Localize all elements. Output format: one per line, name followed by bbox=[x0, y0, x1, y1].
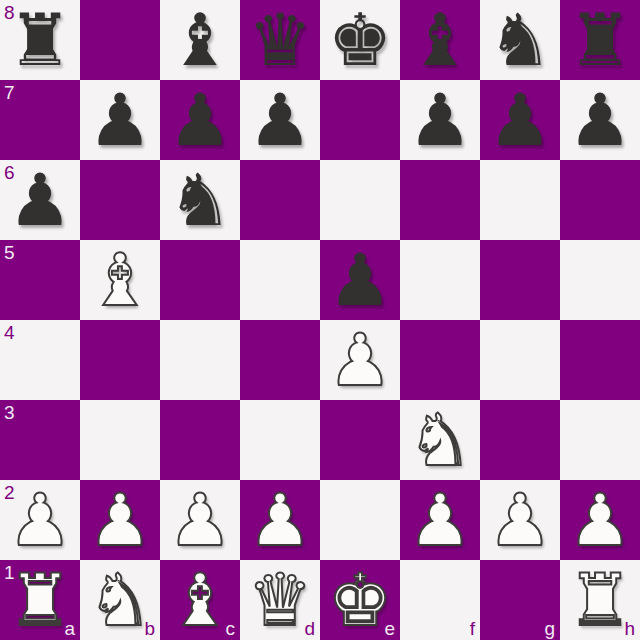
piece-black-king[interactable]: ♚ bbox=[320, 0, 400, 80]
square-d5[interactable] bbox=[240, 240, 320, 320]
square-f5[interactable] bbox=[400, 240, 480, 320]
square-e8[interactable]: ♚ bbox=[320, 0, 400, 80]
piece-white-knight[interactable]: ♞ bbox=[80, 560, 160, 640]
piece-black-pawn[interactable]: ♟ bbox=[560, 80, 640, 160]
square-g4[interactable] bbox=[480, 320, 560, 400]
square-b8[interactable] bbox=[80, 0, 160, 80]
square-d4[interactable] bbox=[240, 320, 320, 400]
square-g6[interactable] bbox=[480, 160, 560, 240]
chess-board: 8♜♝♛♚♝♞♜7♟♟♟♟♟♟6♟♞5♝♟4♟3♞2♟♟♟♟♟♟♟1a♜b♞c♝… bbox=[0, 0, 640, 640]
piece-white-pawn[interactable]: ♟ bbox=[320, 320, 400, 400]
piece-black-knight[interactable]: ♞ bbox=[480, 0, 560, 80]
piece-white-knight[interactable]: ♞ bbox=[400, 400, 480, 480]
piece-white-pawn[interactable]: ♟ bbox=[400, 480, 480, 560]
piece-white-pawn[interactable]: ♟ bbox=[0, 480, 80, 560]
square-e1[interactable]: e♚ bbox=[320, 560, 400, 640]
piece-black-bishop[interactable]: ♝ bbox=[400, 0, 480, 80]
square-g1[interactable]: g bbox=[480, 560, 560, 640]
square-h5[interactable] bbox=[560, 240, 640, 320]
piece-black-rook[interactable]: ♜ bbox=[560, 0, 640, 80]
square-c5[interactable] bbox=[160, 240, 240, 320]
piece-black-pawn[interactable]: ♟ bbox=[400, 80, 480, 160]
square-g2[interactable]: ♟ bbox=[480, 480, 560, 560]
square-h3[interactable] bbox=[560, 400, 640, 480]
square-b6[interactable] bbox=[80, 160, 160, 240]
square-f8[interactable]: ♝ bbox=[400, 0, 480, 80]
square-b7[interactable]: ♟ bbox=[80, 80, 160, 160]
square-a3[interactable]: 3 bbox=[0, 400, 80, 480]
piece-black-pawn[interactable]: ♟ bbox=[80, 80, 160, 160]
square-d3[interactable] bbox=[240, 400, 320, 480]
square-e5[interactable]: ♟ bbox=[320, 240, 400, 320]
square-g5[interactable] bbox=[480, 240, 560, 320]
piece-black-pawn[interactable]: ♟ bbox=[160, 80, 240, 160]
square-d1[interactable]: d♛ bbox=[240, 560, 320, 640]
square-h1[interactable]: h♜ bbox=[560, 560, 640, 640]
square-h8[interactable]: ♜ bbox=[560, 0, 640, 80]
square-h2[interactable]: ♟ bbox=[560, 480, 640, 560]
square-b2[interactable]: ♟ bbox=[80, 480, 160, 560]
square-c8[interactable]: ♝ bbox=[160, 0, 240, 80]
piece-black-bishop[interactable]: ♝ bbox=[160, 0, 240, 80]
rank-label-7: 7 bbox=[4, 83, 15, 102]
square-g3[interactable] bbox=[480, 400, 560, 480]
square-a1[interactable]: 1a♜ bbox=[0, 560, 80, 640]
piece-white-pawn[interactable]: ♟ bbox=[80, 480, 160, 560]
square-b4[interactable] bbox=[80, 320, 160, 400]
rank-label-3: 3 bbox=[4, 403, 15, 422]
square-a8[interactable]: 8♜ bbox=[0, 0, 80, 80]
piece-white-pawn[interactable]: ♟ bbox=[160, 480, 240, 560]
rank-label-5: 5 bbox=[4, 243, 15, 262]
square-a4[interactable]: 4 bbox=[0, 320, 80, 400]
square-d8[interactable]: ♛ bbox=[240, 0, 320, 80]
piece-white-bishop[interactable]: ♝ bbox=[80, 240, 160, 320]
piece-black-pawn[interactable]: ♟ bbox=[480, 80, 560, 160]
square-f4[interactable] bbox=[400, 320, 480, 400]
square-f2[interactable]: ♟ bbox=[400, 480, 480, 560]
rank-label-4: 4 bbox=[4, 323, 15, 342]
square-d6[interactable] bbox=[240, 160, 320, 240]
file-label-f: f bbox=[470, 619, 475, 638]
square-e3[interactable] bbox=[320, 400, 400, 480]
piece-black-pawn[interactable]: ♟ bbox=[0, 160, 80, 240]
square-d7[interactable]: ♟ bbox=[240, 80, 320, 160]
piece-black-pawn[interactable]: ♟ bbox=[320, 240, 400, 320]
file-label-g: g bbox=[544, 619, 555, 638]
piece-black-queen[interactable]: ♛ bbox=[240, 0, 320, 80]
square-c3[interactable] bbox=[160, 400, 240, 480]
square-f1[interactable]: f bbox=[400, 560, 480, 640]
square-a6[interactable]: 6♟ bbox=[0, 160, 80, 240]
square-d2[interactable]: ♟ bbox=[240, 480, 320, 560]
square-c6[interactable]: ♞ bbox=[160, 160, 240, 240]
square-c4[interactable] bbox=[160, 320, 240, 400]
square-h6[interactable] bbox=[560, 160, 640, 240]
square-e6[interactable] bbox=[320, 160, 400, 240]
square-a7[interactable]: 7 bbox=[0, 80, 80, 160]
square-b3[interactable] bbox=[80, 400, 160, 480]
square-g7[interactable]: ♟ bbox=[480, 80, 560, 160]
square-b1[interactable]: b♞ bbox=[80, 560, 160, 640]
piece-black-knight[interactable]: ♞ bbox=[160, 160, 240, 240]
square-f6[interactable] bbox=[400, 160, 480, 240]
square-c1[interactable]: c♝ bbox=[160, 560, 240, 640]
piece-black-pawn[interactable]: ♟ bbox=[240, 80, 320, 160]
piece-white-bishop[interactable]: ♝ bbox=[160, 560, 240, 640]
piece-white-rook[interactable]: ♜ bbox=[560, 560, 640, 640]
piece-white-pawn[interactable]: ♟ bbox=[240, 480, 320, 560]
piece-white-pawn[interactable]: ♟ bbox=[480, 480, 560, 560]
piece-white-queen[interactable]: ♛ bbox=[240, 560, 320, 640]
piece-white-rook[interactable]: ♜ bbox=[0, 560, 80, 640]
square-c7[interactable]: ♟ bbox=[160, 80, 240, 160]
square-a2[interactable]: 2♟ bbox=[0, 480, 80, 560]
square-f7[interactable]: ♟ bbox=[400, 80, 480, 160]
square-h7[interactable]: ♟ bbox=[560, 80, 640, 160]
square-e7[interactable] bbox=[320, 80, 400, 160]
square-b5[interactable]: ♝ bbox=[80, 240, 160, 320]
square-f3[interactable]: ♞ bbox=[400, 400, 480, 480]
piece-black-rook[interactable]: ♜ bbox=[0, 0, 80, 80]
piece-white-pawn[interactable]: ♟ bbox=[560, 480, 640, 560]
square-g8[interactable]: ♞ bbox=[480, 0, 560, 80]
square-c2[interactable]: ♟ bbox=[160, 480, 240, 560]
square-e4[interactable]: ♟ bbox=[320, 320, 400, 400]
square-h4[interactable] bbox=[560, 320, 640, 400]
square-e2[interactable] bbox=[320, 480, 400, 560]
piece-white-king[interactable]: ♚ bbox=[320, 560, 400, 640]
square-a5[interactable]: 5 bbox=[0, 240, 80, 320]
